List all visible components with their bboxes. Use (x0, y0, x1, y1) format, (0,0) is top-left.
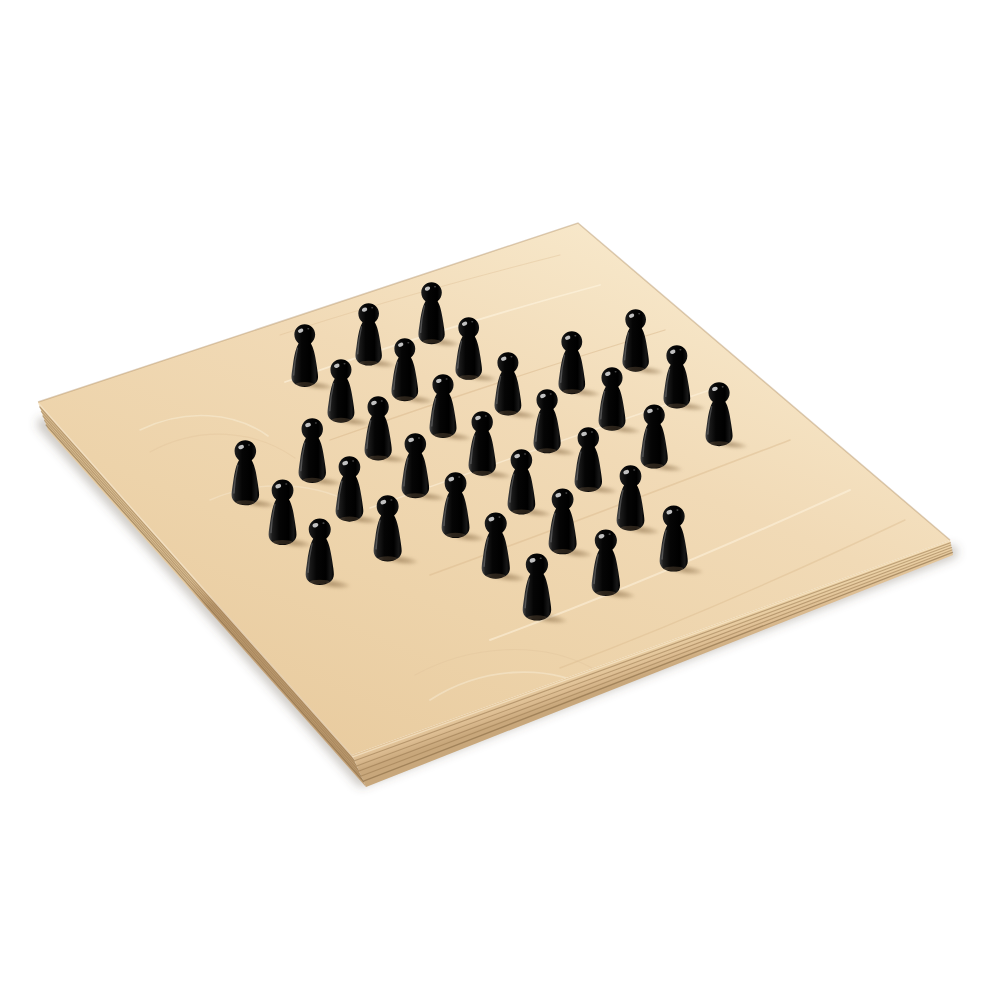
black-peg[interactable] (398, 432, 433, 499)
black-peg-pawn-icon (491, 351, 525, 417)
black-peg[interactable] (295, 417, 330, 484)
black-peg[interactable] (504, 448, 539, 516)
black-peg[interactable] (656, 504, 691, 573)
black-peg-pawn-icon (613, 464, 648, 532)
black-peg[interactable] (352, 302, 385, 367)
black-peg-pawn-icon (619, 308, 652, 373)
black-peg-pawn-icon (370, 494, 405, 563)
black-peg[interactable] (465, 410, 499, 477)
black-peg[interactable] (660, 344, 694, 410)
black-peg[interactable] (361, 395, 395, 462)
black-peg-pawn-icon (530, 388, 564, 455)
black-peg-pawn-icon (438, 471, 473, 539)
black-peg-pawn-icon (555, 330, 589, 395)
black-peg[interactable] (370, 494, 405, 563)
black-peg[interactable] (478, 511, 514, 580)
black-peg[interactable] (571, 426, 606, 493)
black-peg-pawn-icon (452, 316, 485, 381)
black-peg[interactable] (228, 439, 263, 507)
black-peg[interactable] (545, 487, 580, 556)
black-peg-pawn-icon (571, 426, 606, 493)
black-peg[interactable] (519, 552, 555, 622)
black-peg-pawn-icon (660, 344, 694, 410)
black-peg[interactable] (702, 381, 736, 447)
solitaire-board-photo (0, 0, 1000, 1000)
black-peg-pawn-icon (361, 395, 395, 462)
black-peg-pawn-icon (702, 381, 736, 447)
black-peg-pawn-icon (637, 403, 671, 470)
black-peg-pawn-icon (656, 504, 691, 573)
black-peg-pawn-icon (465, 410, 499, 477)
black-peg[interactable] (595, 366, 629, 432)
black-peg-pawn-icon (519, 552, 555, 622)
black-peg-pawn-icon (588, 528, 624, 597)
black-peg[interactable] (555, 330, 589, 395)
black-peg[interactable] (588, 528, 624, 597)
black-peg[interactable] (324, 358, 358, 424)
black-peg-pawn-icon (426, 373, 460, 439)
black-peg-pawn-icon (388, 337, 422, 402)
black-peg[interactable] (426, 373, 460, 439)
black-peg[interactable] (332, 455, 367, 523)
black-peg[interactable] (438, 471, 473, 539)
black-peg-pawn-icon (545, 487, 580, 556)
black-peg[interactable] (613, 464, 648, 532)
black-peg[interactable] (619, 308, 652, 373)
pegs-layer (0, 0, 1000, 1000)
black-peg[interactable] (452, 316, 485, 381)
black-peg-pawn-icon (302, 517, 338, 586)
black-peg-pawn-icon (398, 432, 433, 499)
black-peg-pawn-icon (332, 455, 367, 523)
black-peg[interactable] (637, 403, 671, 470)
black-peg[interactable] (302, 517, 338, 586)
black-peg-pawn-icon (288, 323, 322, 388)
black-peg-pawn-icon (228, 439, 263, 507)
black-peg[interactable] (491, 351, 525, 417)
black-peg-pawn-icon (324, 358, 358, 424)
black-peg-pawn-icon (265, 478, 300, 546)
black-peg-pawn-icon (504, 448, 539, 516)
black-peg-pawn-icon (478, 511, 514, 580)
black-peg-pawn-icon (295, 417, 330, 484)
black-peg[interactable] (388, 337, 422, 402)
black-peg[interactable] (265, 478, 300, 546)
black-peg-pawn-icon (595, 366, 629, 432)
black-peg[interactable] (415, 281, 448, 345)
black-peg[interactable] (288, 323, 322, 388)
black-peg[interactable] (530, 388, 564, 455)
black-peg-pawn-icon (415, 281, 448, 345)
black-peg-pawn-icon (352, 302, 385, 367)
